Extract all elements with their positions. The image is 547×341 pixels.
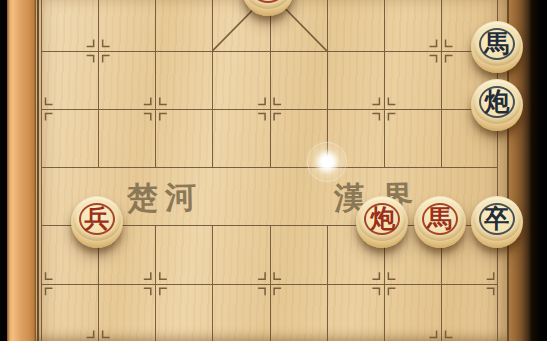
piece-character: 兵: [242, 0, 294, 3]
piece-character: 兵: [71, 203, 123, 235]
piece-red-cannon[interactable]: 炮: [356, 196, 408, 248]
piece-red-horse[interactable]: 馬: [414, 196, 466, 248]
piece-black-cannon[interactable]: 炮: [471, 79, 523, 131]
xiangqi-game-screen: 楚河 漢界 兵馬炮兵炮馬卒: [0, 0, 547, 341]
piece-character: 馬: [471, 28, 523, 60]
letterbox-right: [531, 0, 547, 341]
pieces-layer: 兵馬炮兵炮馬卒: [0, 0, 547, 341]
piece-character: 馬: [414, 203, 466, 235]
piece-character: 炮: [356, 203, 408, 235]
piece-red-piece-palace-center[interactable]: 兵: [242, 0, 294, 16]
letterbox-left: [0, 0, 7, 341]
piece-black-soldier[interactable]: 卒: [471, 196, 523, 248]
piece-red-soldier[interactable]: 兵: [71, 196, 123, 248]
piece-black-horse[interactable]: 馬: [471, 21, 523, 73]
piece-character: 炮: [471, 86, 523, 118]
piece-character: 卒: [471, 203, 523, 235]
